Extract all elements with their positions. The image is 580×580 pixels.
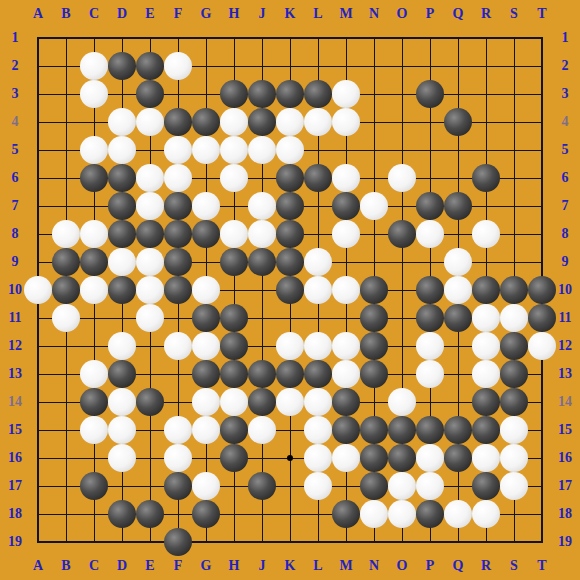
black-stone-E14 [136,388,164,416]
white-stone-K4 [276,108,304,136]
col-label-bottom-N: N [369,559,379,573]
black-stone-H13 [220,360,248,388]
white-stone-A10 [24,276,52,304]
black-stone-J9 [248,248,276,276]
black-stone-M14 [332,388,360,416]
white-stone-E4 [136,108,164,136]
white-stone-G17 [192,472,220,500]
white-stone-B11 [52,304,80,332]
white-stone-S11 [500,304,528,332]
col-label-bottom-B: B [61,559,70,573]
white-stone-C2 [80,52,108,80]
white-stone-R8 [472,220,500,248]
row-label-left-11: 11 [8,311,21,325]
white-stone-B8 [52,220,80,248]
row-label-left-8: 8 [12,227,19,241]
black-stone-Q11 [444,304,472,332]
white-stone-T12 [528,332,556,360]
white-stone-P13 [416,360,444,388]
black-stone-E8 [136,220,164,248]
white-stone-O6 [388,164,416,192]
black-stone-M18 [332,500,360,528]
white-stone-L17 [304,472,332,500]
black-stone-D13 [108,360,136,388]
white-stone-G7 [192,192,220,220]
white-stone-M8 [332,220,360,248]
row-label-left-1: 1 [12,31,19,45]
white-stone-M13 [332,360,360,388]
black-stone-F9 [164,248,192,276]
white-stone-D4 [108,108,136,136]
black-stone-F17 [164,472,192,500]
white-stone-M16 [332,444,360,472]
black-stone-C14 [80,388,108,416]
white-stone-C3 [80,80,108,108]
white-stone-C13 [80,360,108,388]
white-stone-R11 [472,304,500,332]
white-stone-P8 [416,220,444,248]
col-label-bottom-A: A [33,559,43,573]
white-stone-M12 [332,332,360,360]
black-stone-D7 [108,192,136,220]
row-label-left-18: 18 [8,507,22,521]
row-label-right-6: 6 [562,171,569,185]
black-stone-R17 [472,472,500,500]
white-stone-K12 [276,332,304,360]
col-label-bottom-S: S [510,559,518,573]
black-stone-P7 [416,192,444,220]
col-label-bottom-O: O [397,559,408,573]
white-stone-E6 [136,164,164,192]
black-stone-S13 [500,360,528,388]
col-label-top-N: N [369,7,379,21]
white-stone-J15 [248,416,276,444]
col-label-top-O: O [397,7,408,21]
white-stone-O17 [388,472,416,500]
col-label-top-A: A [33,7,43,21]
black-stone-O15 [388,416,416,444]
row-label-right-9: 9 [562,255,569,269]
white-stone-H6 [220,164,248,192]
row-label-left-19: 19 [8,535,22,549]
black-stone-P3 [416,80,444,108]
white-stone-F5 [164,136,192,164]
white-stone-H14 [220,388,248,416]
black-stone-J4 [248,108,276,136]
black-stone-H11 [220,304,248,332]
row-label-left-15: 15 [8,423,22,437]
white-stone-F2 [164,52,192,80]
black-stone-D2 [108,52,136,80]
white-stone-L10 [304,276,332,304]
white-stone-F16 [164,444,192,472]
black-stone-G4 [192,108,220,136]
black-stone-Q16 [444,444,472,472]
white-stone-K5 [276,136,304,164]
col-label-top-R: R [481,7,491,21]
col-label-top-E: E [145,7,154,21]
black-stone-J3 [248,80,276,108]
col-label-bottom-J: J [259,559,266,573]
black-stone-R6 [472,164,500,192]
col-label-top-P: P [426,7,435,21]
white-stone-E11 [136,304,164,332]
col-label-bottom-D: D [117,559,127,573]
row-label-right-5: 5 [562,143,569,157]
black-stone-N17 [360,472,388,500]
white-stone-H8 [220,220,248,248]
row-label-left-9: 9 [12,255,19,269]
black-stone-L3 [304,80,332,108]
row-label-left-3: 3 [12,87,19,101]
col-label-bottom-T: T [537,559,546,573]
col-label-top-F: F [174,7,183,21]
white-stone-M6 [332,164,360,192]
black-stone-D18 [108,500,136,528]
row-label-right-8: 8 [562,227,569,241]
white-stone-P12 [416,332,444,360]
row-label-right-14: 14 [558,395,572,409]
col-label-top-S: S [510,7,518,21]
black-stone-H9 [220,248,248,276]
go-board[interactable]: AABBCCDDEEFFGGHHJJKKLLMMNNOOPPQQRRSSTT11… [0,0,580,580]
row-label-right-2: 2 [562,59,569,73]
black-stone-R10 [472,276,500,304]
white-stone-Q9 [444,248,472,276]
row-label-right-3: 3 [562,87,569,101]
white-stone-H5 [220,136,248,164]
col-label-bottom-L: L [313,559,322,573]
black-stone-L13 [304,360,332,388]
black-stone-M7 [332,192,360,220]
white-stone-D12 [108,332,136,360]
row-label-left-6: 6 [12,171,19,185]
black-stone-H12 [220,332,248,360]
black-stone-K8 [276,220,304,248]
black-stone-Q15 [444,416,472,444]
row-label-left-2: 2 [12,59,19,73]
black-stone-N15 [360,416,388,444]
white-stone-D14 [108,388,136,416]
black-stone-J13 [248,360,276,388]
row-label-right-11: 11 [558,311,571,325]
black-stone-C17 [80,472,108,500]
black-stone-B9 [52,248,80,276]
star-point-K16 [287,455,293,461]
white-stone-G10 [192,276,220,304]
white-stone-H4 [220,108,248,136]
white-stone-R18 [472,500,500,528]
black-stone-K10 [276,276,304,304]
white-stone-C5 [80,136,108,164]
black-stone-E3 [136,80,164,108]
col-label-top-J: J [259,7,266,21]
black-stone-O8 [388,220,416,248]
black-stone-O16 [388,444,416,472]
black-stone-N13 [360,360,388,388]
white-stone-S16 [500,444,528,472]
row-label-right-17: 17 [558,479,572,493]
white-stone-P16 [416,444,444,472]
white-stone-L15 [304,416,332,444]
black-stone-S12 [500,332,528,360]
black-stone-K7 [276,192,304,220]
black-stone-B10 [52,276,80,304]
white-stone-G14 [192,388,220,416]
col-label-bottom-F: F [174,559,183,573]
black-stone-F10 [164,276,192,304]
row-label-left-10: 10 [8,283,22,297]
black-stone-E18 [136,500,164,528]
white-stone-L16 [304,444,332,472]
black-stone-N12 [360,332,388,360]
white-stone-E9 [136,248,164,276]
white-stone-G15 [192,416,220,444]
col-label-bottom-H: H [229,559,240,573]
row-label-left-4: 4 [12,115,19,129]
black-stone-K13 [276,360,304,388]
white-stone-E7 [136,192,164,220]
row-label-left-12: 12 [8,339,22,353]
white-stone-M3 [332,80,360,108]
black-stone-G13 [192,360,220,388]
black-stone-M15 [332,416,360,444]
white-stone-C8 [80,220,108,248]
col-label-top-L: L [313,7,322,21]
white-stone-D15 [108,416,136,444]
black-stone-F19 [164,528,192,556]
black-stone-G11 [192,304,220,332]
white-stone-F6 [164,164,192,192]
black-stone-G8 [192,220,220,248]
black-stone-N10 [360,276,388,304]
white-stone-L9 [304,248,332,276]
row-label-right-16: 16 [558,451,572,465]
col-label-top-M: M [339,7,352,21]
col-label-top-D: D [117,7,127,21]
white-stone-P17 [416,472,444,500]
white-stone-L12 [304,332,332,360]
black-stone-D6 [108,164,136,192]
white-stone-D9 [108,248,136,276]
black-stone-S10 [500,276,528,304]
col-label-bottom-C: C [89,559,99,573]
col-label-bottom-K: K [285,559,296,573]
black-stone-K3 [276,80,304,108]
row-label-right-1: 1 [562,31,569,45]
black-stone-P11 [416,304,444,332]
row-label-right-18: 18 [558,507,572,521]
black-stone-G18 [192,500,220,528]
black-stone-Q7 [444,192,472,220]
black-stone-N16 [360,444,388,472]
row-label-right-19: 19 [558,535,572,549]
row-label-right-13: 13 [558,367,572,381]
row-label-right-7: 7 [562,199,569,213]
black-stone-F7 [164,192,192,220]
white-stone-K14 [276,388,304,416]
black-stone-L6 [304,164,332,192]
col-label-top-H: H [229,7,240,21]
black-stone-E2 [136,52,164,80]
white-stone-F12 [164,332,192,360]
col-label-top-K: K [285,7,296,21]
white-stone-Q10 [444,276,472,304]
col-label-top-Q: Q [453,7,464,21]
white-stone-R16 [472,444,500,472]
row-label-left-5: 5 [12,143,19,157]
white-stone-M10 [332,276,360,304]
black-stone-K6 [276,164,304,192]
black-stone-H3 [220,80,248,108]
black-stone-D10 [108,276,136,304]
row-label-left-17: 17 [8,479,22,493]
white-stone-S15 [500,416,528,444]
black-stone-H15 [220,416,248,444]
col-label-bottom-G: G [201,559,212,573]
black-stone-K9 [276,248,304,276]
black-stone-N11 [360,304,388,332]
black-stone-R14 [472,388,500,416]
white-stone-E10 [136,276,164,304]
white-stone-R13 [472,360,500,388]
black-stone-P15 [416,416,444,444]
white-stone-D5 [108,136,136,164]
white-stone-N7 [360,192,388,220]
col-label-bottom-M: M [339,559,352,573]
black-stone-T10 [528,276,556,304]
white-stone-J8 [248,220,276,248]
white-stone-Q18 [444,500,472,528]
row-label-right-4: 4 [562,115,569,129]
white-stone-J5 [248,136,276,164]
black-stone-J17 [248,472,276,500]
white-stone-J7 [248,192,276,220]
row-label-right-15: 15 [558,423,572,437]
black-stone-S14 [500,388,528,416]
white-stone-D16 [108,444,136,472]
white-stone-G5 [192,136,220,164]
white-stone-C10 [80,276,108,304]
black-stone-J14 [248,388,276,416]
white-stone-F15 [164,416,192,444]
row-label-left-14: 14 [8,395,22,409]
black-stone-P18 [416,500,444,528]
col-label-bottom-R: R [481,559,491,573]
col-label-bottom-P: P [426,559,435,573]
black-stone-C6 [80,164,108,192]
row-label-left-16: 16 [8,451,22,465]
white-stone-L14 [304,388,332,416]
col-label-bottom-E: E [145,559,154,573]
row-label-right-12: 12 [558,339,572,353]
white-stone-O14 [388,388,416,416]
white-stone-L4 [304,108,332,136]
white-stone-S17 [500,472,528,500]
black-stone-R15 [472,416,500,444]
black-stone-F4 [164,108,192,136]
black-stone-Q4 [444,108,472,136]
white-stone-O18 [388,500,416,528]
black-stone-C9 [80,248,108,276]
col-label-bottom-Q: Q [453,559,464,573]
row-label-left-7: 7 [12,199,19,213]
col-label-top-B: B [61,7,70,21]
col-label-top-C: C [89,7,99,21]
black-stone-D8 [108,220,136,248]
white-stone-G12 [192,332,220,360]
white-stone-N18 [360,500,388,528]
row-label-left-13: 13 [8,367,22,381]
black-stone-P10 [416,276,444,304]
white-stone-M4 [332,108,360,136]
black-stone-T11 [528,304,556,332]
row-label-right-10: 10 [558,283,572,297]
black-stone-F8 [164,220,192,248]
white-stone-R12 [472,332,500,360]
black-stone-H16 [220,444,248,472]
col-label-top-T: T [537,7,546,21]
col-label-top-G: G [201,7,212,21]
white-stone-C15 [80,416,108,444]
